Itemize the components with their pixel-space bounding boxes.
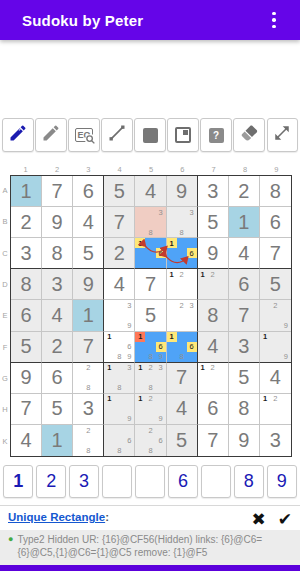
candidate-9: 9	[124, 321, 134, 331]
cell-value: 5	[11, 332, 41, 362]
fullscreen-tool-button[interactable]	[267, 118, 299, 152]
candidate-2: 2	[208, 363, 218, 373]
candidate-1: 1	[135, 363, 145, 373]
hint-description: Type2 Hidden UR: {16}@CF56(Hidden) links…	[17, 533, 279, 559]
cell-K3[interactable]: 28	[73, 425, 104, 456]
link-tool-button[interactable]	[101, 118, 133, 152]
cell-E7[interactable]: 8	[198, 300, 229, 331]
pen-icon	[8, 123, 28, 147]
cell-K9[interactable]: 3	[260, 425, 291, 456]
cell-B3[interactable]: 4	[73, 207, 104, 238]
hint-bullet: ●	[8, 533, 13, 559]
cell-B9[interactable]: 6	[260, 207, 291, 238]
candidate-1: 1	[135, 394, 145, 404]
cell-B6[interactable]: 38	[167, 207, 198, 238]
candidate-2: 2	[83, 425, 93, 435]
numpad-button-1[interactable]: 1	[3, 465, 33, 498]
col-label-6: 6	[167, 165, 198, 175]
cell-A3[interactable]: 6	[73, 176, 104, 207]
col-label-3: 3	[73, 165, 104, 175]
candidate-1: 1	[198, 269, 208, 279]
candidate-1: 1	[167, 332, 177, 342]
cell-value: 6	[260, 207, 291, 237]
col-label-1: 1	[10, 165, 41, 175]
candidate-6: 6	[156, 342, 166, 352]
cell-A2[interactable]: 7	[42, 176, 73, 207]
hint-title-link[interactable]: Unique Rectangle	[8, 511, 105, 523]
cell-value: 3	[42, 269, 72, 299]
cell-value: 9	[229, 425, 259, 456]
eraser-tool-button[interactable]	[233, 118, 265, 152]
cell-value: 5	[167, 425, 197, 456]
numpad-button-empty-4[interactable]	[102, 465, 132, 498]
cell-D5[interactable]: 7	[135, 269, 166, 300]
candidate-2: 2	[208, 269, 218, 279]
candidate-9: 9	[281, 321, 291, 331]
cell-F1[interactable]: 5	[11, 332, 42, 363]
cell-A1[interactable]: 1	[11, 176, 42, 207]
cell-K5[interactable]: 268	[135, 425, 166, 456]
corner-mark-icon	[175, 127, 191, 143]
sudoku-grid: 1765493282947383851638521616947839471212…	[10, 175, 292, 457]
candidate-6: 6	[124, 342, 134, 352]
cell-G8[interactable]: 5	[229, 363, 260, 394]
candidate-2: 2	[177, 300, 187, 310]
numpad-button-6[interactable]: 6	[168, 465, 198, 498]
cell-B4[interactable]: 7	[104, 207, 135, 238]
cell-K7[interactable]: 7	[198, 425, 229, 456]
cell-value: 4	[167, 394, 197, 424]
bottom-accent-bar	[0, 565, 300, 571]
cell-G2[interactable]: 6	[42, 363, 73, 394]
cell-K1[interactable]: 4	[11, 425, 42, 456]
row-label-B: B	[0, 206, 10, 237]
candidate-6: 6	[156, 435, 166, 445]
cell-C9[interactable]: 7	[260, 238, 291, 269]
cell-value: 2	[42, 332, 72, 362]
cell-E5[interactable]: 5	[135, 300, 166, 331]
cell-B8[interactable]: 1	[229, 207, 260, 238]
cell-F6[interactable]: 168	[167, 332, 198, 363]
cell-value: 5	[104, 176, 134, 206]
candidate-2: 2	[145, 425, 155, 435]
app-title: Sudoku by Peter	[22, 12, 262, 29]
cell-value: 9	[167, 176, 197, 206]
candidate-1: 1	[260, 394, 270, 404]
cell-value: 1	[73, 300, 103, 330]
row-label-C: C	[0, 238, 10, 269]
cell-D1[interactable]: 8	[11, 269, 42, 300]
cell-D7[interactable]: 12	[198, 269, 229, 300]
candidate-8: 8	[145, 352, 155, 362]
cell-value: 7	[229, 300, 259, 330]
candidate-8: 8	[83, 446, 93, 456]
candidate-3: 3	[156, 207, 166, 217]
cell-F4[interactable]: 1689	[104, 332, 135, 363]
cell-value: 7	[42, 176, 72, 206]
cell-value: 9	[73, 269, 103, 299]
cell-G3[interactable]: 28	[73, 363, 104, 394]
cell-G9[interactable]: 4	[260, 363, 291, 394]
candidate-8: 8	[145, 383, 155, 393]
cell-E3[interactable]: 1	[73, 300, 104, 331]
cell-H2[interactable]: 5	[42, 394, 73, 425]
cell-H1[interactable]: 7	[11, 394, 42, 425]
link-line-icon	[107, 123, 127, 147]
hint-colon: :	[105, 511, 109, 523]
candidate-6: 6	[124, 435, 134, 445]
candidate-2: 2	[145, 363, 155, 373]
pencil-tool-button[interactable]	[35, 118, 67, 152]
cell-G7[interactable]: 12	[198, 363, 229, 394]
cell-value: 3	[73, 394, 103, 424]
cell-G5[interactable]: 1238	[135, 363, 166, 394]
cell-value: 2	[104, 238, 134, 268]
app-bar: Sudoku by Peter	[0, 0, 300, 40]
cell-value: 7	[260, 238, 291, 268]
cell-H5[interactable]: 129	[135, 394, 166, 425]
candidate-1: 1	[198, 363, 208, 373]
cell-A9[interactable]: 8	[260, 176, 291, 207]
cell-E8[interactable]: 7	[229, 300, 260, 331]
cell-value: 7	[11, 394, 41, 424]
cell-H8[interactable]: 8	[229, 394, 260, 425]
cell-D8[interactable]: 6	[229, 269, 260, 300]
numpad-button-3[interactable]: 3	[69, 465, 99, 498]
row-label-F: F	[0, 332, 10, 363]
cell-value: 5	[135, 300, 165, 330]
cell-value: 2	[11, 207, 41, 237]
cell-value: 8	[229, 394, 259, 424]
pencil-icon	[41, 123, 61, 147]
cell-E4[interactable]: 39	[104, 300, 135, 331]
cell-D6[interactable]: 12	[167, 269, 198, 300]
cell-G1[interactable]: 9	[11, 363, 42, 394]
cell-value: 6	[11, 300, 41, 330]
candidate-1: 1	[104, 394, 114, 404]
corner-mark-tool-button[interactable]	[167, 118, 199, 152]
cell-value: 7	[167, 363, 197, 393]
cell-F2[interactable]: 2	[42, 332, 73, 363]
cell-value: 8	[260, 176, 291, 206]
cell-value: 4	[198, 332, 228, 362]
eraser-icon	[239, 123, 259, 147]
numpad-button-empty-5[interactable]	[135, 465, 165, 498]
cell-B2[interactable]: 9	[42, 207, 73, 238]
numpad-button-2[interactable]: 2	[36, 465, 66, 498]
cell-value: 9	[42, 207, 72, 237]
cell-value: 8	[42, 238, 72, 268]
candidate-3: 3	[156, 363, 166, 373]
accept-hint-button[interactable]: ✔	[278, 511, 292, 528]
col-label-9: 9	[261, 165, 292, 175]
numpad-button-9[interactable]: 9	[267, 465, 297, 498]
candidate-6: 6	[187, 248, 197, 258]
candidate-1: 1	[135, 332, 145, 342]
col-label-7: 7	[198, 165, 229, 175]
filled-square-icon	[143, 128, 158, 143]
candidate-1: 1	[104, 363, 114, 373]
candidate-8: 8	[114, 383, 124, 393]
cell-E9[interactable]: 29	[260, 300, 291, 331]
candidate-3: 3	[187, 300, 197, 310]
cell-value: 5	[73, 238, 103, 268]
cell-F3[interactable]: 7	[73, 332, 104, 363]
expand-arrows-icon	[273, 124, 291, 146]
numpad-button-empty-7[interactable]	[201, 465, 231, 498]
overflow-menu-button[interactable]	[262, 8, 286, 32]
cell-K6[interactable]: 5	[167, 425, 198, 456]
cell-value: 4	[104, 269, 134, 299]
cell-F9[interactable]: 19	[260, 332, 291, 363]
row-label-E: E	[0, 300, 10, 331]
cell-A4[interactable]: 5	[104, 176, 135, 207]
candidate-1: 1	[104, 332, 114, 342]
row-label-D: D	[0, 269, 10, 300]
cell-value: 6	[73, 176, 103, 206]
cell-A7[interactable]: 3	[198, 176, 229, 207]
cell-H6[interactable]: 4	[167, 394, 198, 425]
cell-value: 8	[11, 269, 41, 299]
cell-D2[interactable]: 3	[42, 269, 73, 300]
candidate-2: 2	[145, 394, 155, 404]
cell-value: 6	[42, 363, 72, 393]
candidate-2: 2	[83, 363, 93, 373]
row-labels: ABCDEFGHK	[0, 175, 10, 457]
cell-value: 4	[11, 425, 41, 456]
cell-E6[interactable]: 23	[167, 300, 198, 331]
candidate-9: 9	[124, 352, 134, 362]
cell-K8[interactable]: 9	[229, 425, 260, 456]
reject-hint-button[interactable]: ✖	[252, 511, 266, 528]
cell-value: 3	[198, 176, 228, 206]
examine-eq-icon: EQ	[75, 128, 93, 142]
cell-B5[interactable]: 38	[135, 207, 166, 238]
row-label-G: G	[0, 363, 10, 394]
cell-D4[interactable]: 4	[104, 269, 135, 300]
cell-D9[interactable]: 5	[260, 269, 291, 300]
candidate-1: 1	[260, 332, 270, 342]
cell-value: 4	[73, 207, 103, 237]
cell-C7[interactable]: 9	[198, 238, 229, 269]
candidate-1: 1	[167, 269, 177, 279]
cell-value: 5	[198, 207, 228, 237]
cell-E1[interactable]: 6	[11, 300, 42, 331]
cell-F5[interactable]: 1689	[135, 332, 166, 363]
cell-value: 5	[260, 269, 291, 299]
cell-F7[interactable]: 4	[198, 332, 229, 363]
candidate-3: 3	[187, 207, 197, 217]
examine-tool-button[interactable]: EQ	[68, 118, 100, 152]
toolbar: EQ ?	[2, 118, 298, 152]
cell-value: 3	[229, 332, 259, 362]
cell-H3[interactable]: 3	[73, 394, 104, 425]
cell-D3[interactable]: 9	[73, 269, 104, 300]
candidate-6: 6	[187, 342, 197, 352]
row-label-A: A	[0, 175, 10, 206]
cell-value: 7	[135, 269, 165, 299]
candidate-8: 8	[83, 383, 93, 393]
pen-tool-button[interactable]	[2, 118, 34, 152]
candidate-8: 8	[145, 227, 155, 237]
numpad-button-8[interactable]: 8	[234, 465, 264, 498]
cell-C4[interactable]: 2	[104, 238, 135, 269]
cell-A5[interactable]: 4	[135, 176, 166, 207]
cell-value: 2	[229, 176, 259, 206]
cell-C2[interactable]: 8	[42, 238, 73, 269]
cell-A6[interactable]: 9	[167, 176, 198, 207]
question-mark-icon: ?	[209, 128, 224, 143]
candidate-6: 6	[156, 248, 166, 258]
col-label-2: 2	[41, 165, 72, 175]
hint-panel: Unique Rectangle: ✖ ✔ ● Type2 Hidden UR:…	[0, 505, 300, 565]
candidate-9: 9	[156, 352, 166, 362]
cell-H9[interactable]: 12	[260, 394, 291, 425]
cell-value: 3	[260, 425, 291, 456]
cell-value: 6	[198, 394, 228, 424]
cell-value: 9	[198, 238, 228, 268]
cell-value: 4	[42, 300, 72, 330]
cell-H7[interactable]: 6	[198, 394, 229, 425]
cell-value: 1	[42, 425, 72, 456]
cell-B1[interactable]: 2	[11, 207, 42, 238]
cell-value: 5	[229, 363, 259, 393]
cell-value: 1	[229, 207, 259, 237]
cell-value: 6	[229, 269, 259, 299]
fill-tool-button[interactable]	[134, 118, 166, 152]
cell-F8[interactable]: 3	[229, 332, 260, 363]
column-labels: 123456789	[10, 165, 300, 175]
cell-G6[interactable]: 7	[167, 363, 198, 394]
cell-C5[interactable]: 16	[135, 238, 166, 269]
row-label-K: K	[0, 426, 10, 457]
candidate-8: 8	[145, 446, 155, 456]
candidate-8: 8	[177, 352, 187, 362]
candidate-3: 3	[124, 300, 134, 310]
cell-A8[interactable]: 2	[229, 176, 260, 207]
col-label-8: 8	[229, 165, 260, 175]
candidate-9: 9	[124, 414, 134, 424]
candidate-1: 1	[135, 238, 145, 248]
cell-value: 7	[104, 207, 134, 237]
candidate-9: 9	[156, 414, 166, 424]
cell-H4[interactable]: 19	[104, 394, 135, 425]
cell-C1[interactable]: 3	[11, 238, 42, 269]
candidate-8: 8	[114, 352, 124, 362]
cell-E2[interactable]: 4	[42, 300, 73, 331]
candidate-8: 8	[114, 446, 124, 456]
cell-value: 8	[198, 300, 228, 330]
number-pad: 123689	[3, 465, 297, 498]
col-label-4: 4	[104, 165, 135, 175]
cell-value: 5	[42, 394, 72, 424]
cell-value: 7	[198, 425, 228, 456]
candidate-2: 2	[270, 300, 280, 310]
candidate-2: 2	[270, 394, 280, 404]
candidate-2: 2	[177, 269, 187, 279]
candidate-9: 9	[281, 352, 291, 362]
hint-tool-button[interactable]: ?	[200, 118, 232, 152]
cell-value: 1	[11, 176, 41, 206]
cell-G4[interactable]: 138	[104, 363, 135, 394]
cell-value: 3	[11, 238, 41, 268]
cell-B7[interactable]: 5	[198, 207, 229, 238]
board-area: 123456789 ABCDEFGHK 17654932829473838516…	[0, 165, 300, 457]
cell-C3[interactable]: 5	[73, 238, 104, 269]
candidate-1: 1	[167, 238, 177, 248]
row-label-H: H	[0, 394, 10, 425]
cell-C8[interactable]: 4	[229, 238, 260, 269]
col-label-5: 5	[135, 165, 166, 175]
cell-value: 4	[229, 238, 259, 268]
candidate-8: 8	[177, 227, 187, 237]
candidate-3: 3	[124, 363, 134, 373]
cell-value: 4	[135, 176, 165, 206]
cell-K2[interactable]: 1	[42, 425, 73, 456]
cell-value: 4	[260, 363, 291, 393]
cell-C6[interactable]: 16	[167, 238, 198, 269]
cell-K4[interactable]: 68	[104, 425, 135, 456]
cell-value: 9	[11, 363, 41, 393]
cell-value: 7	[73, 332, 103, 362]
